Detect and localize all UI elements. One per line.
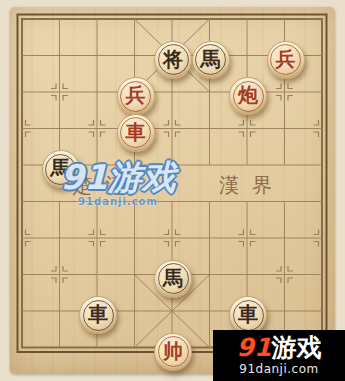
piece-red-soldier[interactable]: 兵 [267,41,305,79]
center-watermark-url: 91danji.com [48,196,188,207]
corner-logo-91: 91 [237,333,272,362]
piece-character: 車 [80,297,116,333]
piece-black-horse[interactable]: 馬 [192,41,230,79]
piece-character: 将 [155,42,191,78]
piece-character: 馬 [155,261,191,297]
piece-red-general[interactable]: 帅 [154,333,192,371]
piece-character: 兵 [118,78,154,114]
center-watermark: 91游戏 91danji.com [48,158,188,207]
xiangqi-game-screenshot: 楚河 漢界 将馬兵兵炮車馬馬車車帅 91游戏 91danji.com 91游戏 … [0,0,345,381]
piece-character: 車 [118,115,154,151]
piece-character: 帅 [155,334,191,370]
corner-logo-url: 91danji.com [239,362,318,376]
corner-logo-game: 游戏 [271,333,321,362]
piece-character: 炮 [230,78,266,114]
piece-character: 馬 [193,42,229,78]
river-label-right: 漢界 [219,172,285,199]
center-watermark-logo: 91游戏 [48,158,188,196]
piece-black-chariot[interactable]: 車 [229,296,267,334]
piece-red-soldier[interactable]: 兵 [117,77,155,115]
piece-character: 兵 [268,42,304,78]
piece-character: 車 [230,297,266,333]
piece-red-cannon[interactable]: 炮 [229,77,267,115]
piece-black-general[interactable]: 将 [154,41,192,79]
piece-black-chariot[interactable]: 車 [79,296,117,334]
corner-logo: 91游戏 [237,335,322,361]
piece-red-chariot[interactable]: 車 [117,114,155,152]
corner-logo-box: 91游戏 91danji.com [213,330,345,381]
piece-black-horse[interactable]: 馬 [154,260,192,298]
